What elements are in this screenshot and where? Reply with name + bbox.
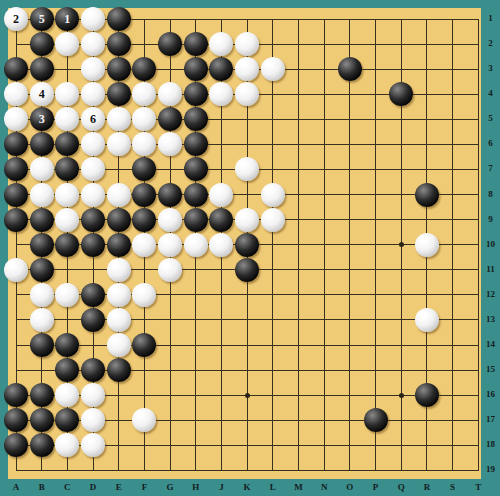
black-stone-K10[interactable] [235, 233, 259, 257]
black-stone-D13[interactable] [81, 308, 105, 332]
column-label-E: E [111, 482, 127, 492]
white-stone-C12[interactable] [55, 283, 79, 307]
white-stone-K9[interactable] [235, 208, 259, 232]
white-stone-F4[interactable] [132, 82, 156, 106]
column-label-N: N [316, 482, 332, 492]
move-number-label: 4 [39, 88, 45, 100]
black-stone-A8[interactable] [4, 183, 28, 207]
grid-line-vertical [349, 19, 350, 471]
row-label-18: 18 [482, 439, 499, 449]
black-stone-C7[interactable] [55, 157, 79, 181]
white-stone-E11[interactable] [107, 258, 131, 282]
white-stone-D17[interactable] [81, 408, 105, 432]
row-label-9: 9 [482, 214, 499, 224]
white-stone-B12[interactable] [30, 283, 54, 307]
white-stone-D8[interactable] [81, 183, 105, 207]
black-stone-C1[interactable]: 1 [55, 7, 79, 31]
black-stone-R8[interactable] [415, 183, 439, 207]
black-stone-A9[interactable] [4, 208, 28, 232]
white-stone-G10[interactable] [158, 233, 182, 257]
black-stone-J3[interactable] [209, 57, 233, 81]
black-stone-D10[interactable] [81, 233, 105, 257]
white-stone-C5[interactable] [55, 107, 79, 131]
grid-line-vertical [324, 19, 325, 471]
black-stone-E2[interactable] [107, 32, 131, 56]
black-stone-A16[interactable] [4, 383, 28, 407]
white-stone-D6[interactable] [81, 132, 105, 156]
black-stone-F8[interactable] [132, 183, 156, 207]
white-stone-C9[interactable] [55, 208, 79, 232]
black-stone-H6[interactable] [184, 132, 208, 156]
column-label-Q: Q [393, 482, 409, 492]
white-stone-H10[interactable] [184, 233, 208, 257]
white-stone-K7[interactable] [235, 157, 259, 181]
move-number-label: 1 [64, 13, 70, 25]
white-stone-G9[interactable] [158, 208, 182, 232]
column-label-H: H [188, 482, 204, 492]
black-stone-C10[interactable] [55, 233, 79, 257]
row-label-5: 5 [482, 113, 499, 123]
goban[interactable]: 251436 [8, 8, 481, 479]
column-label-O: O [342, 482, 358, 492]
black-stone-B1[interactable]: 5 [30, 7, 54, 31]
black-stone-H5[interactable] [184, 107, 208, 131]
row-label-15: 15 [482, 364, 499, 374]
black-stone-K11[interactable] [235, 258, 259, 282]
black-stone-C6[interactable] [55, 132, 79, 156]
black-stone-H9[interactable] [184, 208, 208, 232]
white-stone-F17[interactable] [132, 408, 156, 432]
white-stone-J10[interactable] [209, 233, 233, 257]
row-label-8: 8 [482, 189, 499, 199]
white-stone-L9[interactable] [261, 208, 285, 232]
column-label-M: M [290, 482, 306, 492]
white-stone-J8[interactable] [209, 183, 233, 207]
black-stone-B11[interactable] [30, 258, 54, 282]
black-stone-B10[interactable] [30, 233, 54, 257]
row-label-6: 6 [482, 138, 499, 148]
white-stone-B13[interactable] [30, 308, 54, 332]
row-label-19: 19 [482, 464, 499, 474]
white-stone-C8[interactable] [55, 183, 79, 207]
column-label-R: R [419, 482, 435, 492]
row-label-4: 4 [482, 88, 499, 98]
row-label-2: 2 [482, 38, 499, 48]
black-stone-H8[interactable] [184, 183, 208, 207]
row-label-3: 3 [482, 63, 499, 73]
white-stone-A11[interactable] [4, 258, 28, 282]
grid-line-horizontal [16, 470, 479, 471]
white-stone-D3[interactable] [81, 57, 105, 81]
white-stone-D1[interactable] [81, 7, 105, 31]
white-stone-C4[interactable] [55, 82, 79, 106]
white-stone-C16[interactable] [55, 383, 79, 407]
white-stone-G11[interactable] [158, 258, 182, 282]
black-stone-E10[interactable] [107, 233, 131, 257]
black-stone-C17[interactable] [55, 408, 79, 432]
column-label-J: J [213, 482, 229, 492]
black-stone-Q4[interactable] [389, 82, 413, 106]
white-stone-E14[interactable] [107, 333, 131, 357]
white-stone-D16[interactable] [81, 383, 105, 407]
black-stone-F7[interactable] [132, 157, 156, 181]
white-stone-B4[interactable]: 4 [30, 82, 54, 106]
white-stone-A4[interactable] [4, 82, 28, 106]
column-label-G: G [162, 482, 178, 492]
white-stone-E6[interactable] [107, 132, 131, 156]
white-stone-L8[interactable] [261, 183, 285, 207]
row-label-17: 17 [482, 414, 499, 424]
black-stone-H2[interactable] [184, 32, 208, 56]
black-stone-A3[interactable] [4, 57, 28, 81]
row-label-12: 12 [482, 289, 499, 299]
grid-line-vertical [478, 19, 479, 471]
black-stone-H4[interactable] [184, 82, 208, 106]
white-stone-K4[interactable] [235, 82, 259, 106]
move-number-label: 2 [13, 13, 19, 25]
row-label-14: 14 [482, 339, 499, 349]
black-stone-B9[interactable] [30, 208, 54, 232]
black-stone-F9[interactable] [132, 208, 156, 232]
star-point [399, 393, 404, 398]
white-stone-A1[interactable]: 2 [4, 7, 28, 31]
white-stone-E13[interactable] [107, 308, 131, 332]
black-stone-B2[interactable] [30, 32, 54, 56]
white-stone-E12[interactable] [107, 283, 131, 307]
row-label-1: 1 [482, 13, 499, 23]
row-label-11: 11 [482, 264, 499, 274]
white-stone-G6[interactable] [158, 132, 182, 156]
star-point [245, 393, 250, 398]
black-stone-A7[interactable] [4, 157, 28, 181]
white-stone-K3[interactable] [235, 57, 259, 81]
column-label-S: S [445, 482, 461, 492]
row-label-7: 7 [482, 163, 499, 173]
white-stone-B7[interactable] [30, 157, 54, 181]
white-stone-G4[interactable] [158, 82, 182, 106]
white-stone-F5[interactable] [132, 107, 156, 131]
star-point [399, 242, 404, 247]
black-stone-E9[interactable] [107, 208, 131, 232]
white-stone-E5[interactable] [107, 107, 131, 131]
white-stone-D2[interactable] [81, 32, 105, 56]
white-stone-D7[interactable] [81, 157, 105, 181]
white-stone-K2[interactable] [235, 32, 259, 56]
black-stone-H7[interactable] [184, 157, 208, 181]
black-stone-A17[interactable] [4, 408, 28, 432]
column-label-D: D [85, 482, 101, 492]
column-label-F: F [136, 482, 152, 492]
row-label-16: 16 [482, 389, 499, 399]
white-stone-F6[interactable] [132, 132, 156, 156]
black-stone-E4[interactable] [107, 82, 131, 106]
black-stone-C14[interactable] [55, 333, 79, 357]
column-label-A: A [8, 482, 24, 492]
black-stone-P17[interactable] [364, 408, 388, 432]
white-stone-D5[interactable]: 6 [81, 107, 105, 131]
black-stone-O3[interactable] [338, 57, 362, 81]
white-stone-J2[interactable] [209, 32, 233, 56]
black-stone-G8[interactable] [158, 183, 182, 207]
column-label-L: L [265, 482, 281, 492]
white-stone-D18[interactable] [81, 433, 105, 457]
row-label-10: 10 [482, 239, 499, 249]
grid-line-vertical [452, 19, 453, 471]
move-number-label: 3 [39, 113, 45, 125]
black-stone-R16[interactable] [415, 383, 439, 407]
white-stone-A5[interactable] [4, 107, 28, 131]
black-stone-B17[interactable] [30, 408, 54, 432]
move-number-label: 6 [90, 113, 96, 125]
black-stone-B3[interactable] [30, 57, 54, 81]
black-stone-E3[interactable] [107, 57, 131, 81]
black-stone-B5[interactable]: 3 [30, 107, 54, 131]
white-stone-C2[interactable] [55, 32, 79, 56]
column-label-K: K [239, 482, 255, 492]
grid-line-horizontal [16, 345, 479, 346]
black-stone-C15[interactable] [55, 358, 79, 382]
black-stone-D12[interactable] [81, 283, 105, 307]
black-stone-B16[interactable] [30, 383, 54, 407]
black-stone-D9[interactable] [81, 208, 105, 232]
column-label-P: P [368, 482, 384, 492]
row-label-13: 13 [482, 314, 499, 324]
white-stone-F10[interactable] [132, 233, 156, 257]
black-stone-A6[interactable] [4, 132, 28, 156]
white-stone-R10[interactable] [415, 233, 439, 257]
white-stone-E8[interactable] [107, 183, 131, 207]
go-board-screenshot: 251436 ABCDEFGHJKLMNOPQRST12345678910111… [0, 0, 500, 496]
column-label-C: C [59, 482, 75, 492]
black-stone-J9[interactable] [209, 208, 233, 232]
black-stone-B18[interactable] [30, 433, 54, 457]
black-stone-G5[interactable] [158, 107, 182, 131]
grid-line-vertical [272, 19, 273, 471]
black-stone-H3[interactable] [184, 57, 208, 81]
black-stone-D15[interactable] [81, 358, 105, 382]
black-stone-F14[interactable] [132, 333, 156, 357]
black-stone-G2[interactable] [158, 32, 182, 56]
move-number-label: 5 [39, 13, 45, 25]
black-stone-B14[interactable] [30, 333, 54, 357]
black-stone-E15[interactable] [107, 358, 131, 382]
white-stone-R13[interactable] [415, 308, 439, 332]
black-stone-A18[interactable] [4, 433, 28, 457]
white-stone-C18[interactable] [55, 433, 79, 457]
white-stone-L3[interactable] [261, 57, 285, 81]
black-stone-B6[interactable] [30, 132, 54, 156]
black-stone-E1[interactable] [107, 7, 131, 31]
grid-line-vertical [375, 19, 376, 471]
grid-line-vertical [298, 19, 299, 471]
black-stone-F3[interactable] [132, 57, 156, 81]
white-stone-B8[interactable] [30, 183, 54, 207]
column-label-B: B [34, 482, 50, 492]
white-stone-J4[interactable] [209, 82, 233, 106]
white-stone-F12[interactable] [132, 283, 156, 307]
white-stone-D4[interactable] [81, 82, 105, 106]
column-label-T: T [470, 482, 486, 492]
